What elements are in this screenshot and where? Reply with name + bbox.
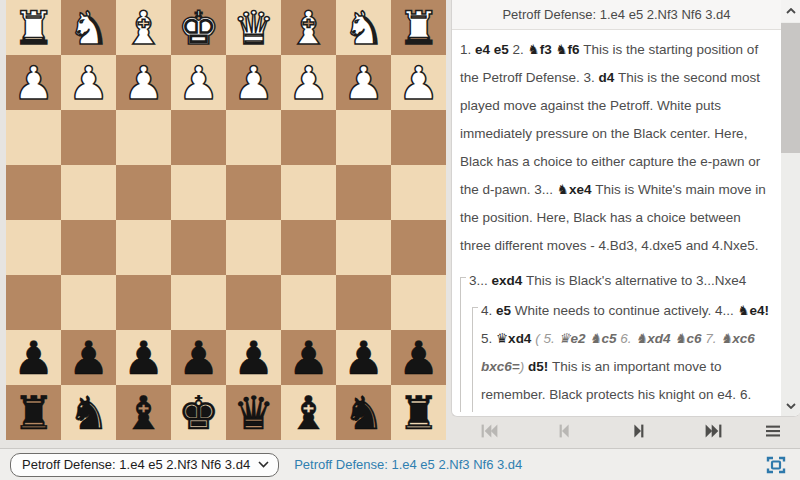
square-c5[interactable]: [281, 220, 336, 275]
piece-black-pawn[interactable]: ♟: [281, 330, 336, 385]
piece-white-pawn[interactable]: ♟: [171, 55, 226, 110]
square-a4[interactable]: [391, 165, 446, 220]
piece-white-pawn[interactable]: ♟: [6, 55, 61, 110]
piece-black-king[interactable]: ♚: [171, 385, 226, 440]
square-e1[interactable]: ♚: [171, 0, 226, 55]
move-number: 6.: [740, 387, 751, 402]
square-e5[interactable]: [171, 220, 226, 275]
fullscreen-board-button[interactable]: [765, 455, 787, 474]
square-h6[interactable]: [6, 275, 61, 330]
square-d8[interactable]: ♛: [226, 385, 281, 440]
square-c4[interactable]: [281, 165, 336, 220]
square-h2[interactable]: ♟: [6, 55, 61, 110]
square-a7[interactable]: ♟: [391, 330, 446, 385]
move-number: 3...: [469, 273, 492, 288]
square-b4[interactable]: [336, 165, 391, 220]
move[interactable]: exd4: [492, 273, 527, 288]
move-number: 5.: [481, 331, 496, 346]
comment-text: This is Black's alternative to 3...Nxe4: [526, 273, 746, 288]
square-b8[interactable]: ♞: [336, 385, 391, 440]
square-d2[interactable]: ♟: [226, 55, 281, 110]
square-h5[interactable]: [6, 220, 61, 275]
move[interactable]: d5!: [528, 359, 552, 374]
move-number: 4.: [481, 303, 496, 318]
square-e2[interactable]: ♟: [171, 55, 226, 110]
variation-line: 3... exd4 This is Black's alternative to…: [469, 267, 772, 295]
square-a2[interactable]: ♟: [391, 55, 446, 110]
square-f4[interactable]: [116, 165, 171, 220]
paren-variation-text: ): [520, 359, 528, 374]
fullscreen-icon: [765, 460, 787, 477]
square-g4[interactable]: [61, 165, 116, 220]
move-number: 4...: [715, 303, 738, 318]
move[interactable]: e5: [496, 303, 515, 318]
hamburger-menu-icon: [763, 421, 783, 445]
panel-scrollbar[interactable]: [781, 0, 800, 416]
square-c3[interactable]: [281, 110, 336, 165]
piece-black-rook[interactable]: ♜: [391, 385, 446, 440]
square-e8[interactable]: ♚: [171, 385, 226, 440]
square-c1[interactable]: ♝: [281, 0, 336, 55]
square-a1[interactable]: ♜: [391, 0, 446, 55]
square-g6[interactable]: [61, 275, 116, 330]
next-move-button[interactable]: [602, 417, 677, 448]
piece-black-knight[interactable]: ♞: [336, 385, 391, 440]
piece-black-pawn[interactable]: ♟: [61, 330, 116, 385]
paren-variation-text: 7.: [705, 331, 720, 346]
square-a8[interactable]: ♜: [391, 385, 446, 440]
square-f7[interactable]: ♟: [116, 330, 171, 385]
square-e7[interactable]: ♟: [171, 330, 226, 385]
square-h3[interactable]: [6, 110, 61, 165]
square-h1[interactable]: ♜: [6, 0, 61, 55]
square-g1[interactable]: ♞: [61, 0, 116, 55]
sub-variation-line: 4. e5 White needs to continue actively. …: [481, 297, 772, 412]
move-number: 1.: [460, 42, 475, 57]
piece-black-pawn[interactable]: ♟: [336, 330, 391, 385]
square-a6[interactable]: [391, 275, 446, 330]
piece-black-rook[interactable]: ♜: [6, 385, 61, 440]
square-f3[interactable]: [116, 110, 171, 165]
piece-white-pawn[interactable]: ♟: [61, 55, 116, 110]
move[interactable]: ♞e4!: [737, 303, 769, 318]
square-f5[interactable]: [116, 220, 171, 275]
move[interactable]: ♞xe4: [557, 182, 595, 197]
paren-variation-text: ( 5.: [535, 331, 558, 346]
move-number: 3...: [534, 182, 557, 197]
paren-variation-text: 6.: [620, 331, 635, 346]
square-g7[interactable]: ♟: [61, 330, 116, 385]
square-c6[interactable]: [281, 275, 336, 330]
opening-select-value: Petroff Defense: 1.e4 e5 2.Nf3 Nf6 3.d4: [22, 457, 250, 472]
piece-black-pawn[interactable]: ♟: [6, 330, 61, 385]
piece-black-pawn[interactable]: ♟: [171, 330, 226, 385]
paren-variation-move[interactable]: ♛e2 ♞c5: [558, 331, 620, 346]
piece-black-pawn[interactable]: ♟: [391, 330, 446, 385]
paren-variation-move[interactable]: ♞xd4 ♞c6: [635, 331, 705, 346]
square-b7[interactable]: ♟: [336, 330, 391, 385]
square-f8[interactable]: ♝: [116, 385, 171, 440]
piece-black-queen[interactable]: ♛: [226, 385, 281, 440]
scrollbar-thumb[interactable]: [781, 23, 800, 153]
piece-white-pawn[interactable]: ♟: [226, 55, 281, 110]
chevron-down-icon: [258, 461, 269, 468]
opening-select-dropdown[interactable]: Petroff Defense: 1.e4 e5 2.Nf3 Nf6 3.d4: [10, 453, 279, 477]
chapter-title: Petroff Defense: 1.e4 e5 2.Nf3 Nf6 3.d4: [452, 0, 800, 30]
square-a3[interactable]: [391, 110, 446, 165]
move-annotations: 1. e4 e5 2. ♞f3 ♞f6 This is the starting…: [452, 30, 800, 412]
piece-white-bishop[interactable]: ♝: [116, 0, 171, 55]
square-f6[interactable]: [116, 275, 171, 330]
scroll-up-arrow-icon[interactable]: [781, 0, 800, 22]
square-f1[interactable]: ♝: [116, 0, 171, 55]
sub-variation-block: 4. e5 White needs to continue actively. …: [472, 297, 772, 412]
scroll-down-arrow-icon[interactable]: [781, 398, 800, 414]
piece-white-queen[interactable]: ♛: [226, 0, 281, 55]
bottom-toolbar: Petroff Defense: 1.e4 e5 2.Nf3 Nf6 3.d4 …: [0, 448, 800, 480]
piece-white-pawn[interactable]: ♟: [391, 55, 446, 110]
square-b6[interactable]: [336, 275, 391, 330]
square-d6[interactable]: [226, 275, 281, 330]
step-back-icon: [554, 421, 574, 445]
move[interactable]: d4: [599, 70, 619, 85]
go-to-first-move-button[interactable]: [451, 417, 526, 448]
piece-white-pawn[interactable]: ♟: [281, 55, 336, 110]
piece-white-knight[interactable]: ♞: [336, 0, 391, 55]
square-h4[interactable]: [6, 165, 61, 220]
square-e3[interactable]: [171, 110, 226, 165]
piece-black-bishop[interactable]: ♝: [281, 385, 336, 440]
square-g2[interactable]: ♟: [61, 55, 116, 110]
variation-block: 3... exd4 This is Black's alternative to…: [460, 267, 772, 412]
square-h8[interactable]: ♜: [6, 385, 61, 440]
square-c8[interactable]: ♝: [281, 385, 336, 440]
square-d1[interactable]: ♛: [226, 0, 281, 55]
move-number: 2.: [513, 42, 528, 57]
square-f2[interactable]: ♟: [116, 55, 171, 110]
opening-name-link[interactable]: Petroff Defense: 1.e4 e5 2.Nf3 Nf6 3.d4: [294, 457, 522, 472]
piece-white-rook[interactable]: ♜: [391, 0, 446, 55]
comment-text: White needs to continue actively.: [515, 303, 715, 318]
skip-to-end-icon: [704, 421, 724, 445]
study-panel: Petroff Defense: 1.e4 e5 2.Nf3 Nf6 3.d4 …: [451, 0, 800, 417]
previous-move-button[interactable]: [526, 417, 601, 448]
square-a5[interactable]: [391, 220, 446, 275]
square-d5[interactable]: [226, 220, 281, 275]
square-b1[interactable]: ♞: [336, 0, 391, 55]
analysis-menu-button[interactable]: [752, 417, 794, 448]
skip-to-start-icon: [479, 421, 499, 445]
square-b2[interactable]: ♟: [336, 55, 391, 110]
square-g5[interactable]: [61, 220, 116, 275]
piece-white-king[interactable]: ♚: [171, 0, 226, 55]
piece-white-pawn[interactable]: ♟: [336, 55, 391, 110]
move[interactable]: ♞f3 ♞f6: [528, 42, 584, 57]
move-number: 3.: [584, 70, 599, 85]
square-h7[interactable]: ♟: [6, 330, 61, 385]
piece-black-pawn[interactable]: ♟: [116, 330, 171, 385]
main-line-paragraph: 1. e4 e5 2. ♞f3 ♞f6 This is the starting…: [460, 36, 772, 260]
square-g8[interactable]: ♞: [61, 385, 116, 440]
square-c7[interactable]: ♟: [281, 330, 336, 385]
piece-black-pawn[interactable]: ♟: [226, 330, 281, 385]
piece-white-rook[interactable]: ♜: [6, 0, 61, 55]
step-forward-icon: [629, 421, 649, 445]
square-e6[interactable]: [171, 275, 226, 330]
square-d3[interactable]: [226, 110, 281, 165]
square-g3[interactable]: [61, 110, 116, 165]
comment-text: This is the second most played move agai…: [460, 70, 760, 197]
move-navigation-bar: [451, 417, 800, 448]
square-d7[interactable]: ♟: [226, 330, 281, 385]
square-b5[interactable]: [336, 220, 391, 275]
piece-white-knight[interactable]: ♞: [61, 0, 116, 55]
move[interactable]: ♛xd4: [496, 331, 535, 346]
square-e4[interactable]: [171, 165, 226, 220]
square-d4[interactable]: [226, 165, 281, 220]
square-c2[interactable]: ♟: [281, 55, 336, 110]
move[interactable]: e4 e5: [475, 42, 513, 57]
piece-white-pawn[interactable]: ♟: [116, 55, 171, 110]
piece-black-knight[interactable]: ♞: [61, 385, 116, 440]
chess-board[interactable]: ♜♞♝♚♛♝♞♜♟♟♟♟♟♟♟♟♟♟♟♟♟♟♟♟♜♞♝♚♛♝♞♜: [6, 0, 446, 440]
piece-white-bishop[interactable]: ♝: [281, 0, 336, 55]
go-to-last-move-button[interactable]: [677, 417, 752, 448]
piece-black-bishop[interactable]: ♝: [116, 385, 171, 440]
square-b3[interactable]: [336, 110, 391, 165]
